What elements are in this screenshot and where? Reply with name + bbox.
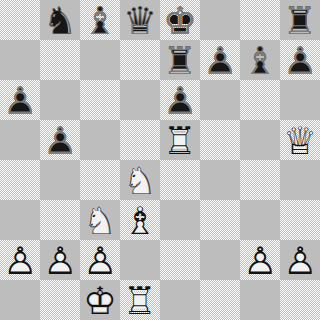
black-pawn-e6[interactable]: ♟♙: [160, 80, 200, 120]
white-king-c1[interactable]: ♚♔: [80, 280, 120, 320]
square-c3[interactable]: ♞♘: [80, 200, 120, 240]
piece-outline-glyph: ♕: [120, 0, 160, 40]
piece-outline-glyph: ♗: [80, 0, 120, 40]
square-f1[interactable]: [200, 280, 240, 320]
piece-outline-glyph: ♙: [40, 240, 80, 280]
square-b7[interactable]: [40, 40, 80, 80]
square-d2[interactable]: [120, 240, 160, 280]
square-f2[interactable]: [200, 240, 240, 280]
square-c1[interactable]: ♚♔: [80, 280, 120, 320]
piece-outline-glyph: ♙: [0, 240, 40, 280]
square-g3[interactable]: [240, 200, 280, 240]
piece-outline-glyph: ♗: [240, 40, 280, 80]
square-a7[interactable]: [0, 40, 40, 80]
square-a2[interactable]: ♟♙: [0, 240, 40, 280]
square-h1[interactable]: [280, 280, 320, 320]
piece-outline-glyph: ♙: [280, 40, 320, 80]
square-d4[interactable]: ♞♘: [120, 160, 160, 200]
square-g4[interactable]: [240, 160, 280, 200]
black-pawn-b5[interactable]: ♟♙: [40, 120, 80, 160]
square-g7[interactable]: ♝♗: [240, 40, 280, 80]
square-c6[interactable]: [80, 80, 120, 120]
piece-outline-glyph: ♙: [280, 240, 320, 280]
black-knight-b8[interactable]: ♞♘: [40, 0, 80, 40]
square-f8[interactable]: [200, 0, 240, 40]
square-b8[interactable]: ♞♘: [40, 0, 80, 40]
square-d1[interactable]: ♜♖: [120, 280, 160, 320]
white-rook-e5[interactable]: ♜♖: [160, 120, 200, 160]
square-a4[interactable]: [0, 160, 40, 200]
piece-outline-glyph: ♗: [120, 200, 160, 240]
square-d3[interactable]: ♝♗: [120, 200, 160, 240]
white-knight-d4[interactable]: ♞♘: [120, 160, 160, 200]
square-b2[interactable]: ♟♙: [40, 240, 80, 280]
piece-outline-glyph: ♖: [280, 0, 320, 40]
square-f3[interactable]: [200, 200, 240, 240]
piece-outline-glyph: ♘: [80, 200, 120, 240]
square-e8[interactable]: ♚♔: [160, 0, 200, 40]
square-a8[interactable]: [0, 0, 40, 40]
white-rook-d1[interactable]: ♜♖: [120, 280, 160, 320]
square-h6[interactable]: [280, 80, 320, 120]
piece-outline-glyph: ♖: [120, 280, 160, 320]
square-d6[interactable]: [120, 80, 160, 120]
square-d7[interactable]: [120, 40, 160, 80]
square-g2[interactable]: ♟♙: [240, 240, 280, 280]
square-b3[interactable]: [40, 200, 80, 240]
square-h3[interactable]: [280, 200, 320, 240]
piece-outline-glyph: ♔: [80, 280, 120, 320]
white-pawn-b2[interactable]: ♟♙: [40, 240, 80, 280]
white-pawn-c2[interactable]: ♟♙: [80, 240, 120, 280]
white-pawn-h2[interactable]: ♟♙: [280, 240, 320, 280]
square-h5[interactable]: ♛♕: [280, 120, 320, 160]
piece-outline-glyph: ♔: [160, 0, 200, 40]
square-b5[interactable]: ♟♙: [40, 120, 80, 160]
square-g5[interactable]: [240, 120, 280, 160]
square-e4[interactable]: [160, 160, 200, 200]
square-a1[interactable]: [0, 280, 40, 320]
square-e3[interactable]: [160, 200, 200, 240]
black-pawn-a6[interactable]: ♟♙: [0, 80, 40, 120]
square-b4[interactable]: [40, 160, 80, 200]
square-b1[interactable]: [40, 280, 80, 320]
square-c2[interactable]: ♟♙: [80, 240, 120, 280]
square-c8[interactable]: ♝♗: [80, 0, 120, 40]
square-h7[interactable]: ♟♙: [280, 40, 320, 80]
black-pawn-h7[interactable]: ♟♙: [280, 40, 320, 80]
black-bishop-c8[interactable]: ♝♗: [80, 0, 120, 40]
piece-outline-glyph: ♙: [80, 240, 120, 280]
black-queen-d8[interactable]: ♛♕: [120, 0, 160, 40]
square-h4[interactable]: [280, 160, 320, 200]
square-e7[interactable]: ♜♖: [160, 40, 200, 80]
square-h2[interactable]: ♟♙: [280, 240, 320, 280]
white-pawn-a2[interactable]: ♟♙: [0, 240, 40, 280]
piece-outline-glyph: ♘: [120, 160, 160, 200]
white-queen-h5[interactable]: ♛♕: [280, 120, 320, 160]
white-pawn-g2[interactable]: ♟♙: [240, 240, 280, 280]
square-f6[interactable]: [200, 80, 240, 120]
square-e1[interactable]: [160, 280, 200, 320]
piece-outline-glyph: ♕: [280, 120, 320, 160]
black-rook-e7[interactable]: ♜♖: [160, 40, 200, 80]
piece-outline-glyph: ♘: [40, 0, 80, 40]
square-e6[interactable]: ♟♙: [160, 80, 200, 120]
piece-outline-glyph: ♙: [200, 40, 240, 80]
piece-outline-glyph: ♖: [160, 40, 200, 80]
piece-outline-glyph: ♙: [160, 80, 200, 120]
square-d5[interactable]: [120, 120, 160, 160]
square-a6[interactable]: ♟♙: [0, 80, 40, 120]
square-c7[interactable]: [80, 40, 120, 80]
white-knight-c3[interactable]: ♞♘: [80, 200, 120, 240]
piece-outline-glyph: ♙: [0, 80, 40, 120]
chess-board: ♞♘♝♗♛♕♚♔♜♖♜♖♟♙♝♗♟♙♟♙♟♙♟♙♜♖♛♕♞♘♞♘♝♗♟♙♟♙♟♙…: [0, 0, 320, 320]
square-e5[interactable]: ♜♖: [160, 120, 200, 160]
square-f4[interactable]: [200, 160, 240, 200]
square-e2[interactable]: [160, 240, 200, 280]
black-pawn-f7[interactable]: ♟♙: [200, 40, 240, 80]
square-b6[interactable]: [40, 80, 80, 120]
square-h8[interactable]: ♜♖: [280, 0, 320, 40]
black-bishop-g7[interactable]: ♝♗: [240, 40, 280, 80]
square-f5[interactable]: [200, 120, 240, 160]
black-king-e8[interactable]: ♚♔: [160, 0, 200, 40]
square-g6[interactable]: [240, 80, 280, 120]
white-bishop-d3[interactable]: ♝♗: [120, 200, 160, 240]
square-a5[interactable]: [0, 120, 40, 160]
piece-outline-glyph: ♖: [160, 120, 200, 160]
square-a3[interactable]: [0, 200, 40, 240]
square-c4[interactable]: [80, 160, 120, 200]
square-d8[interactable]: ♛♕: [120, 0, 160, 40]
square-g8[interactable]: [240, 0, 280, 40]
black-rook-h8[interactable]: ♜♖: [280, 0, 320, 40]
square-c5[interactable]: [80, 120, 120, 160]
piece-outline-glyph: ♙: [240, 240, 280, 280]
square-f7[interactable]: ♟♙: [200, 40, 240, 80]
piece-outline-glyph: ♙: [40, 120, 80, 160]
square-g1[interactable]: [240, 280, 280, 320]
